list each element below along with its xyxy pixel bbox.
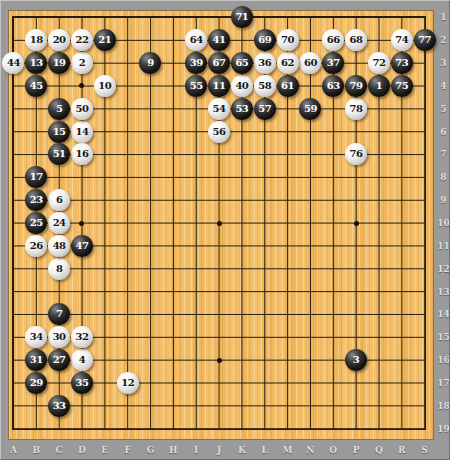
stone-K5-move-53[interactable]: 53: [231, 98, 253, 120]
row-label-6: 6: [436, 120, 450, 143]
stone-D5-move-50[interactable]: 50: [71, 98, 93, 120]
stone-Q4-move-1[interactable]: 1: [368, 75, 390, 97]
column-label-H: H: [162, 442, 185, 458]
row-label-17: 17: [436, 372, 450, 395]
stone-L3-move-36[interactable]: 36: [254, 52, 276, 74]
stone-C11-move-48[interactable]: 48: [48, 235, 70, 257]
row-label-11: 11: [436, 234, 450, 257]
stone-J2-move-41[interactable]: 41: [208, 29, 230, 51]
stone-I2-move-64[interactable]: 64: [185, 29, 207, 51]
stone-C2-move-20[interactable]: 20: [48, 29, 70, 51]
stone-K1-move-71[interactable]: 71: [231, 6, 253, 28]
stone-C6-move-15[interactable]: 15: [48, 121, 70, 143]
stone-L2-move-69[interactable]: 69: [254, 29, 276, 51]
stone-B2-move-18[interactable]: 18: [25, 29, 47, 51]
column-label-F: F: [116, 442, 139, 458]
stone-D3-move-2[interactable]: 2: [71, 52, 93, 74]
stone-B17-move-29[interactable]: 29: [25, 372, 47, 394]
stone-O4-move-63[interactable]: 63: [322, 75, 344, 97]
column-label-O: O: [322, 442, 345, 458]
column-label-R: R: [390, 442, 413, 458]
column-label-L: L: [253, 442, 276, 458]
stone-B3-move-13[interactable]: 13: [25, 52, 47, 74]
stone-N5-move-59[interactable]: 59: [299, 98, 321, 120]
row-label-8: 8: [436, 166, 450, 189]
stone-N3-move-60[interactable]: 60: [299, 52, 321, 74]
row-label-4: 4: [436, 75, 450, 98]
stone-C7-move-51[interactable]: 51: [48, 143, 70, 165]
column-label-E: E: [93, 442, 116, 458]
row-label-15: 15: [436, 326, 450, 349]
row-label-16: 16: [436, 349, 450, 372]
stone-B9-move-23[interactable]: 23: [25, 189, 47, 211]
stone-B16-move-31[interactable]: 31: [25, 349, 47, 371]
row-label-18: 18: [436, 394, 450, 417]
stone-P5-move-78[interactable]: 78: [345, 98, 367, 120]
stone-S2-move-77[interactable]: 77: [414, 29, 436, 51]
stone-B11-move-26[interactable]: 26: [25, 235, 47, 257]
column-label-I: I: [185, 442, 208, 458]
stone-R2-move-74[interactable]: 74: [391, 29, 413, 51]
stone-O3-move-37[interactable]: 37: [322, 52, 344, 74]
row-label-13: 13: [436, 280, 450, 303]
stone-R4-move-75[interactable]: 75: [391, 75, 413, 97]
column-label-D: D: [71, 442, 94, 458]
stone-B4-move-45[interactable]: 45: [25, 75, 47, 97]
column-label-A: A: [2, 442, 25, 458]
stone-I4-move-55[interactable]: 55: [185, 75, 207, 97]
stone-D7-move-16[interactable]: 16: [71, 143, 93, 165]
stone-C10-move-24[interactable]: 24: [48, 212, 70, 234]
row-label-7: 7: [436, 143, 450, 166]
stone-L5-move-57[interactable]: 57: [254, 98, 276, 120]
column-label-S: S: [413, 442, 436, 458]
stone-B8-move-17[interactable]: 17: [25, 166, 47, 188]
stone-C5-move-5[interactable]: 5: [48, 98, 70, 120]
stone-J4-move-11[interactable]: 11: [208, 75, 230, 97]
stone-C18-move-33[interactable]: 33: [48, 395, 70, 417]
row-label-2: 2: [436, 29, 450, 52]
stone-D6-move-14[interactable]: 14: [71, 121, 93, 143]
stone-D17-move-35[interactable]: 35: [71, 372, 93, 394]
column-label-N: N: [299, 442, 322, 458]
stone-E4-move-10[interactable]: 10: [94, 75, 116, 97]
column-label-Q: Q: [368, 442, 391, 458]
row-labels: 12345678910111213141516171819: [436, 6, 450, 440]
stone-C15-move-30[interactable]: 30: [48, 326, 70, 348]
column-labels: ABCDEFGHIJKLMNOPQRS: [2, 442, 436, 458]
stone-I3-move-39[interactable]: 39: [185, 52, 207, 74]
stone-J6-move-56[interactable]: 56: [208, 121, 230, 143]
star-point-P10: [354, 221, 359, 226]
star-point-J16: [217, 358, 222, 363]
row-label-14: 14: [436, 303, 450, 326]
stone-D16-move-4[interactable]: 4: [71, 349, 93, 371]
stone-A3-move-44[interactable]: 44: [2, 52, 24, 74]
stone-P2-move-68[interactable]: 68: [345, 29, 367, 51]
stone-Q3-move-72[interactable]: 72: [368, 52, 390, 74]
stone-R3-move-73[interactable]: 73: [391, 52, 413, 74]
stone-P16-move-3[interactable]: 3: [345, 349, 367, 371]
star-point-D10: [79, 221, 84, 226]
stone-L4-move-58[interactable]: 58: [254, 75, 276, 97]
stone-P4-move-79[interactable]: 79: [345, 75, 367, 97]
row-label-10: 10: [436, 212, 450, 235]
row-label-3: 3: [436, 52, 450, 75]
stone-D11-move-47[interactable]: 47: [71, 235, 93, 257]
stone-C14-move-7[interactable]: 7: [48, 303, 70, 325]
stone-C16-move-27[interactable]: 27: [48, 349, 70, 371]
stone-B10-move-25[interactable]: 25: [25, 212, 47, 234]
row-label-5: 5: [436, 97, 450, 120]
column-label-J: J: [208, 442, 231, 458]
stone-D2-move-22[interactable]: 22: [71, 29, 93, 51]
go-diagram: 1234567891011121314151617181920212223242…: [0, 0, 450, 460]
stone-C9-move-6[interactable]: 6: [48, 189, 70, 211]
column-label-C: C: [48, 442, 71, 458]
stone-F17-move-12[interactable]: 12: [117, 372, 139, 394]
row-label-12: 12: [436, 257, 450, 280]
stone-B15-move-34[interactable]: 34: [25, 326, 47, 348]
row-label-19: 19: [436, 417, 450, 440]
column-label-B: B: [25, 442, 48, 458]
stone-P7-move-76[interactable]: 76: [345, 143, 367, 165]
stone-G3-move-9[interactable]: 9: [139, 52, 161, 74]
stone-D15-move-32[interactable]: 32: [71, 326, 93, 348]
star-point-J10: [217, 221, 222, 226]
stone-K4-move-40[interactable]: 40: [231, 75, 253, 97]
column-label-M: M: [276, 442, 299, 458]
column-label-G: G: [139, 442, 162, 458]
star-point-D4: [79, 83, 84, 88]
stone-E2-move-21[interactable]: 21: [94, 29, 116, 51]
board-grid[interactable]: 1234567891011121314151617181920212223242…: [2, 6, 436, 440]
stone-M2-move-70[interactable]: 70: [277, 29, 299, 51]
stone-C3-move-19[interactable]: 19: [48, 52, 70, 74]
stone-K3-move-65[interactable]: 65: [231, 52, 253, 74]
stone-M3-move-62[interactable]: 62: [277, 52, 299, 74]
stone-J5-move-54[interactable]: 54: [208, 98, 230, 120]
row-label-9: 9: [436, 189, 450, 212]
column-label-P: P: [345, 442, 368, 458]
stone-J3-move-67[interactable]: 67: [208, 52, 230, 74]
stone-C12-move-8[interactable]: 8: [48, 258, 70, 280]
stone-M4-move-61[interactable]: 61: [277, 75, 299, 97]
column-label-K: K: [230, 442, 253, 458]
stone-O2-move-66[interactable]: 66: [322, 29, 344, 51]
row-label-1: 1: [436, 6, 450, 29]
